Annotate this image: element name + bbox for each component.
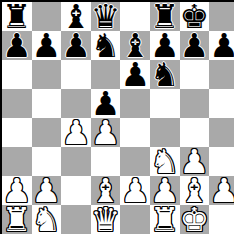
square-e6[interactable]: ♟: [120, 60, 150, 89]
piece-black-pawn: ♟: [209, 31, 234, 60]
piece-black-rook: ♜: [2, 2, 32, 31]
square-d6[interactable]: [91, 60, 121, 89]
square-f5[interactable]: [150, 89, 180, 118]
square-b4[interactable]: [32, 118, 62, 147]
square-e1[interactable]: [120, 205, 150, 234]
square-h1[interactable]: [209, 205, 234, 234]
piece-white-pawn: ♟: [2, 176, 32, 205]
piece-black-pawn: ♟: [2, 31, 32, 60]
square-c4[interactable]: ♟: [61, 118, 91, 147]
piece-black-knight: ♞: [150, 60, 180, 89]
piece-white-knight: ♞: [32, 205, 62, 234]
piece-black-bishop: ♝: [120, 31, 150, 60]
piece-white-pawn: ♟: [32, 176, 62, 205]
square-d5[interactable]: ♟: [91, 89, 121, 118]
square-h7[interactable]: ♟: [209, 31, 234, 60]
piece-black-pawn: ♟: [61, 31, 91, 60]
square-a3[interactable]: [2, 147, 32, 176]
square-b7[interactable]: ♟: [32, 31, 62, 60]
piece-black-pawn: ♟: [150, 31, 180, 60]
square-h8[interactable]: [209, 2, 234, 31]
square-b3[interactable]: [32, 147, 62, 176]
square-h3[interactable]: [209, 147, 234, 176]
piece-black-pawn: ♟: [120, 60, 150, 89]
square-b1[interactable]: ♞: [32, 205, 62, 234]
piece-white-queen: ♛: [91, 205, 121, 234]
square-f3[interactable]: ♞: [150, 147, 180, 176]
square-g5[interactable]: [180, 89, 210, 118]
piece-black-rook: ♜: [150, 2, 180, 31]
piece-white-king: ♚: [180, 205, 210, 234]
piece-black-king: ♚: [180, 2, 210, 31]
piece-white-pawn: ♟: [180, 147, 210, 176]
square-e7[interactable]: ♝: [120, 31, 150, 60]
square-d4[interactable]: ♟: [91, 118, 121, 147]
square-a1[interactable]: ♜: [2, 205, 32, 234]
square-f1[interactable]: ♜: [150, 205, 180, 234]
chess-board: ♜♝♛♜♚♟♟♟♞♝♟♟♟♟♞♟♟♟♞♟♟♟♝♟♟♝♟♜♞♛♜♚: [0, 0, 234, 234]
square-c3[interactable]: [61, 147, 91, 176]
square-g8[interactable]: ♚: [180, 2, 210, 31]
piece-white-bishop: ♝: [180, 176, 210, 205]
square-c7[interactable]: ♟: [61, 31, 91, 60]
piece-white-rook: ♜: [150, 205, 180, 234]
piece-black-queen: ♛: [91, 2, 121, 31]
piece-white-pawn: ♟: [120, 176, 150, 205]
piece-white-rook: ♜: [2, 205, 32, 234]
square-c6[interactable]: [61, 60, 91, 89]
square-c1[interactable]: [61, 205, 91, 234]
piece-white-pawn: ♟: [209, 176, 234, 205]
square-a6[interactable]: [2, 60, 32, 89]
square-a2[interactable]: ♟: [2, 176, 32, 205]
square-d8[interactable]: ♛: [91, 2, 121, 31]
piece-white-pawn: ♟: [61, 118, 91, 147]
square-h4[interactable]: [209, 118, 234, 147]
piece-black-pawn: ♟: [91, 89, 121, 118]
square-g1[interactable]: ♚: [180, 205, 210, 234]
square-f8[interactable]: ♜: [150, 2, 180, 31]
square-b2[interactable]: ♟: [32, 176, 62, 205]
square-g2[interactable]: ♝: [180, 176, 210, 205]
square-g7[interactable]: ♟: [180, 31, 210, 60]
piece-black-knight: ♞: [91, 31, 121, 60]
square-b5[interactable]: [32, 89, 62, 118]
square-e3[interactable]: [120, 147, 150, 176]
square-d2[interactable]: ♝: [91, 176, 121, 205]
square-f4[interactable]: [150, 118, 180, 147]
square-a7[interactable]: ♟: [2, 31, 32, 60]
square-h5[interactable]: [209, 89, 234, 118]
square-g4[interactable]: [180, 118, 210, 147]
piece-black-bishop: ♝: [61, 2, 91, 31]
square-d1[interactable]: ♛: [91, 205, 121, 234]
square-e5[interactable]: [120, 89, 150, 118]
square-a5[interactable]: [2, 89, 32, 118]
piece-black-pawn: ♟: [180, 31, 210, 60]
square-a4[interactable]: [2, 118, 32, 147]
square-f2[interactable]: ♟: [150, 176, 180, 205]
square-h6[interactable]: [209, 60, 234, 89]
square-e8[interactable]: [120, 2, 150, 31]
square-f6[interactable]: ♞: [150, 60, 180, 89]
piece-white-pawn: ♟: [150, 176, 180, 205]
square-b8[interactable]: [32, 2, 62, 31]
square-g6[interactable]: [180, 60, 210, 89]
square-h2[interactable]: ♟: [209, 176, 234, 205]
piece-white-bishop: ♝: [91, 176, 121, 205]
square-a8[interactable]: ♜: [2, 2, 32, 31]
square-e2[interactable]: ♟: [120, 176, 150, 205]
square-d3[interactable]: [91, 147, 121, 176]
square-c2[interactable]: [61, 176, 91, 205]
square-e4[interactable]: [120, 118, 150, 147]
piece-white-knight: ♞: [150, 147, 180, 176]
square-d7[interactable]: ♞: [91, 31, 121, 60]
square-c8[interactable]: ♝: [61, 2, 91, 31]
square-g3[interactable]: ♟: [180, 147, 210, 176]
square-f7[interactable]: ♟: [150, 31, 180, 60]
piece-white-pawn: ♟: [91, 118, 121, 147]
square-c5[interactable]: [61, 89, 91, 118]
square-b6[interactable]: [32, 60, 62, 89]
piece-black-pawn: ♟: [32, 31, 62, 60]
